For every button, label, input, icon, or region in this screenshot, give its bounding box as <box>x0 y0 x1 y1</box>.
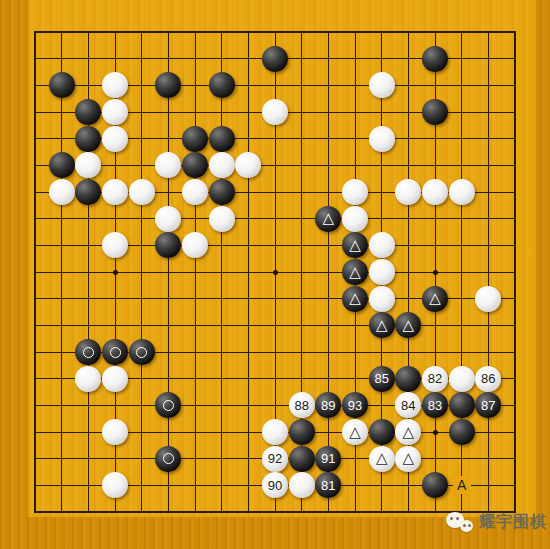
go-board: △△△△△△△858286888993848387△△9291△△9081A <box>28 0 536 517</box>
stone-white: △ <box>395 446 421 472</box>
move-number: 82 <box>428 372 442 385</box>
move-number: 87 <box>481 399 495 412</box>
star-point <box>113 270 118 275</box>
stone-black <box>182 126 208 152</box>
stone-black <box>102 339 128 365</box>
stone-black <box>155 232 181 258</box>
stone-white <box>449 179 475 205</box>
watermark: 耀宇围棋 <box>446 510 547 534</box>
move-number: 84 <box>401 399 415 412</box>
move-number: 86 <box>481 372 495 385</box>
circle-mark <box>163 400 174 411</box>
go-diagram: △△△△△△△858286888993848387△△9291△△9081A 耀… <box>0 0 550 549</box>
stone-black <box>75 179 101 205</box>
stone-white <box>235 152 261 178</box>
stone-white <box>209 206 235 232</box>
watermark-text: 耀宇围棋 <box>479 512 547 533</box>
stone-black <box>129 339 155 365</box>
move-number: 85 <box>374 372 388 385</box>
star-point <box>433 430 438 435</box>
stone-black <box>49 152 75 178</box>
stone-black: 89 <box>315 392 341 418</box>
stone-white <box>155 206 181 232</box>
stone-white <box>342 206 368 232</box>
stone-black: 91 <box>315 446 341 472</box>
stone-black: △ <box>342 259 368 285</box>
stone-black <box>369 419 395 445</box>
stone-white: 88 <box>289 392 315 418</box>
stone-white <box>209 152 235 178</box>
stone-black: 87 <box>475 392 501 418</box>
stone-black <box>75 339 101 365</box>
star-point <box>273 270 278 275</box>
stone-black: △ <box>422 286 448 312</box>
stone-black: 93 <box>342 392 368 418</box>
stone-white <box>342 179 368 205</box>
stone-white <box>475 286 501 312</box>
triangle-mark: △ <box>403 424 415 439</box>
move-number: 91 <box>321 452 335 465</box>
move-number: 81 <box>321 479 335 492</box>
stone-white <box>102 472 128 498</box>
stone-white: 84 <box>395 392 421 418</box>
stone-white <box>395 179 421 205</box>
stone-white <box>182 232 208 258</box>
triangle-mark: △ <box>403 317 415 332</box>
stone-black: △ <box>369 312 395 338</box>
stone-black <box>449 419 475 445</box>
stone-white <box>369 286 395 312</box>
stone-white <box>369 259 395 285</box>
stone-white <box>369 72 395 98</box>
triangle-mark: △ <box>403 450 415 465</box>
stone-black <box>155 72 181 98</box>
grid-line <box>328 31 329 513</box>
stone-white: 90 <box>262 472 288 498</box>
move-number: 90 <box>268 479 282 492</box>
triangle-mark: △ <box>349 424 361 439</box>
triangle-mark: △ <box>323 210 335 225</box>
move-number: 88 <box>294 399 308 412</box>
stone-black <box>422 46 448 72</box>
wechat-icon <box>446 511 476 534</box>
stone-black <box>49 72 75 98</box>
stone-black <box>289 419 315 445</box>
point-label-A: A <box>453 476 471 494</box>
stone-black <box>155 392 181 418</box>
stone-black: △ <box>395 312 421 338</box>
stone-black <box>289 446 315 472</box>
stone-white: △ <box>342 419 368 445</box>
stone-white <box>155 152 181 178</box>
stone-black: 83 <box>422 392 448 418</box>
stone-black <box>209 179 235 205</box>
stone-white <box>102 179 128 205</box>
circle-mark <box>110 347 121 358</box>
stone-white <box>49 179 75 205</box>
stone-black: △ <box>342 232 368 258</box>
stone-white <box>75 152 101 178</box>
stone-white <box>289 472 315 498</box>
circle-mark <box>136 347 147 358</box>
triangle-mark: △ <box>376 317 388 332</box>
stone-white: △ <box>395 419 421 445</box>
stone-black <box>75 99 101 125</box>
stone-white <box>262 419 288 445</box>
stone-white: 92 <box>262 446 288 472</box>
stone-black <box>182 152 208 178</box>
stone-white <box>102 99 128 125</box>
move-number: 89 <box>321 399 335 412</box>
stone-white: 86 <box>475 366 501 392</box>
triangle-mark: △ <box>429 290 441 305</box>
stone-white <box>369 126 395 152</box>
grid-line <box>488 31 489 513</box>
stone-black: △ <box>315 206 341 232</box>
stone-white <box>102 232 128 258</box>
grid-line <box>34 511 516 513</box>
grid-line <box>514 31 516 513</box>
stone-white <box>129 179 155 205</box>
triangle-mark: △ <box>349 290 361 305</box>
move-number: 83 <box>428 399 442 412</box>
triangle-mark: △ <box>349 237 361 252</box>
grid-line <box>34 325 516 326</box>
triangle-mark: △ <box>349 264 361 279</box>
stone-black <box>209 126 235 152</box>
stone-black <box>75 126 101 152</box>
stone-white <box>102 366 128 392</box>
stone-black <box>155 446 181 472</box>
stone-white <box>102 126 128 152</box>
stone-white: △ <box>369 446 395 472</box>
stone-black: △ <box>342 286 368 312</box>
stone-black <box>395 366 421 392</box>
stone-white <box>369 232 395 258</box>
move-number: 92 <box>268 452 282 465</box>
circle-mark <box>83 347 94 358</box>
stone-black <box>209 72 235 98</box>
stone-white <box>75 366 101 392</box>
stone-black <box>262 46 288 72</box>
move-number: 93 <box>348 399 362 412</box>
stone-white <box>102 419 128 445</box>
stone-white: 82 <box>422 366 448 392</box>
stone-white <box>102 72 128 98</box>
stone-white <box>182 179 208 205</box>
triangle-mark: △ <box>376 450 388 465</box>
circle-mark <box>163 453 174 464</box>
stone-black <box>422 472 448 498</box>
stone-black: 81 <box>315 472 341 498</box>
star-point <box>433 270 438 275</box>
stone-white <box>262 99 288 125</box>
stone-white <box>449 366 475 392</box>
stone-black <box>422 99 448 125</box>
stone-black: 85 <box>369 366 395 392</box>
stone-black <box>449 392 475 418</box>
stone-white <box>422 179 448 205</box>
